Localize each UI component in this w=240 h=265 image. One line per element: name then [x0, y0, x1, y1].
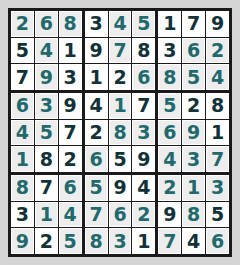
sudoku-cell[interactable]: 5: [85, 175, 108, 201]
sudoku-cell[interactable]: 5: [11, 38, 34, 64]
sudoku-cell[interactable]: 5: [206, 202, 229, 228]
sudoku-box: 179362854: [158, 11, 229, 90]
sudoku-cell[interactable]: 8: [59, 11, 82, 37]
sudoku-cell[interactable]: 7: [109, 38, 132, 64]
sudoku-cell[interactable]: 6: [85, 146, 108, 172]
sudoku-cell[interactable]: 2: [132, 202, 155, 228]
sudoku-cell[interactable]: 2: [35, 228, 58, 254]
sudoku-cell[interactable]: 6: [35, 11, 58, 37]
sudoku-cell[interactable]: 8: [85, 228, 108, 254]
sudoku-cell[interactable]: 4: [85, 93, 108, 119]
sudoku-cell[interactable]: 5: [59, 228, 82, 254]
sudoku-box: 213985746: [158, 175, 229, 254]
sudoku-cell[interactable]: 3: [158, 38, 181, 64]
sudoku-cell[interactable]: 8: [206, 93, 229, 119]
sudoku-cell[interactable]: 9: [132, 146, 155, 172]
sudoku-cell[interactable]: 3: [182, 146, 205, 172]
sudoku-cell[interactable]: 1: [109, 93, 132, 119]
sudoku-cell[interactable]: 9: [182, 120, 205, 146]
sudoku-cell[interactable]: 1: [35, 202, 58, 228]
sudoku-cell[interactable]: 7: [35, 175, 58, 201]
sudoku-cell[interactable]: 7: [182, 11, 205, 37]
sudoku-cell[interactable]: 2: [158, 175, 181, 201]
sudoku-cell[interactable]: 4: [182, 228, 205, 254]
sudoku-cell[interactable]: 1: [85, 64, 108, 90]
sudoku-cell[interactable]: 8: [35, 146, 58, 172]
sudoku-box: 639457182: [11, 93, 82, 172]
sudoku-cell[interactable]: 4: [158, 146, 181, 172]
sudoku-cell[interactable]: 9: [35, 64, 58, 90]
sudoku-cell[interactable]: 2: [206, 38, 229, 64]
sudoku-cell[interactable]: 9: [109, 175, 132, 201]
sudoku-cell[interactable]: 5: [132, 11, 155, 37]
sudoku-cell[interactable]: 1: [158, 11, 181, 37]
sudoku-cell[interactable]: 8: [11, 175, 34, 201]
sudoku-cell[interactable]: 3: [11, 202, 34, 228]
sudoku-cell[interactable]: 1: [11, 146, 34, 172]
sudoku-cell[interactable]: 9: [206, 11, 229, 37]
sudoku-board: 2685417933459781261793628546394571824172…: [8, 8, 232, 257]
sudoku-cell[interactable]: 3: [35, 93, 58, 119]
sudoku-cell[interactable]: 7: [85, 202, 108, 228]
sudoku-box: 417283659: [85, 93, 156, 172]
sudoku-box: 345978126: [85, 11, 156, 90]
sudoku-cell[interactable]: 3: [132, 120, 155, 146]
sudoku-cell[interactable]: 5: [182, 64, 205, 90]
sudoku-cell[interactable]: 9: [158, 202, 181, 228]
sudoku-cell[interactable]: 9: [59, 93, 82, 119]
sudoku-cell[interactable]: 1: [132, 228, 155, 254]
sudoku-cell[interactable]: 2: [182, 93, 205, 119]
sudoku-cell[interactable]: 6: [182, 38, 205, 64]
sudoku-cell[interactable]: 7: [11, 64, 34, 90]
sudoku-cell[interactable]: 4: [11, 120, 34, 146]
sudoku-cell[interactable]: 8: [132, 38, 155, 64]
sudoku-cell[interactable]: 2: [59, 146, 82, 172]
sudoku-cell[interactable]: 7: [206, 146, 229, 172]
sudoku-cell[interactable]: 8: [109, 120, 132, 146]
sudoku-box: 876314925: [11, 175, 82, 254]
sudoku-cell[interactable]: 8: [182, 202, 205, 228]
sudoku-cell[interactable]: 5: [109, 146, 132, 172]
sudoku-cell[interactable]: 5: [158, 93, 181, 119]
sudoku-cell[interactable]: 4: [206, 64, 229, 90]
sudoku-cell[interactable]: 4: [35, 38, 58, 64]
sudoku-cell[interactable]: 9: [11, 228, 34, 254]
sudoku-cell[interactable]: 2: [11, 11, 34, 37]
sudoku-cell[interactable]: 6: [11, 93, 34, 119]
sudoku-cell[interactable]: 1: [182, 175, 205, 201]
sudoku-cell[interactable]: 6: [158, 120, 181, 146]
sudoku-cell[interactable]: 7: [59, 120, 82, 146]
sudoku-box: 528691437: [158, 93, 229, 172]
sudoku-cell[interactable]: 4: [132, 175, 155, 201]
sudoku-box: 594762831: [85, 175, 156, 254]
sudoku-cell[interactable]: 2: [85, 120, 108, 146]
sudoku-cell[interactable]: 9: [85, 38, 108, 64]
sudoku-cell[interactable]: 7: [132, 93, 155, 119]
sudoku-cell[interactable]: 8: [158, 64, 181, 90]
sudoku-cell[interactable]: 1: [206, 120, 229, 146]
sudoku-cell[interactable]: 5: [35, 120, 58, 146]
sudoku-cell[interactable]: 6: [206, 228, 229, 254]
sudoku-cell[interactable]: 4: [59, 202, 82, 228]
sudoku-cell[interactable]: 6: [109, 202, 132, 228]
sudoku-cell[interactable]: 2: [109, 64, 132, 90]
sudoku-cell[interactable]: 3: [85, 11, 108, 37]
sudoku-cell[interactable]: 6: [132, 64, 155, 90]
sudoku-cell[interactable]: 3: [109, 228, 132, 254]
sudoku-cell[interactable]: 4: [109, 11, 132, 37]
sudoku-cell[interactable]: 3: [206, 175, 229, 201]
sudoku-cell[interactable]: 3: [59, 64, 82, 90]
sudoku-box: 268541793: [11, 11, 82, 90]
sudoku-cell[interactable]: 6: [59, 175, 82, 201]
sudoku-cell[interactable]: 1: [59, 38, 82, 64]
sudoku-cell[interactable]: 7: [158, 228, 181, 254]
